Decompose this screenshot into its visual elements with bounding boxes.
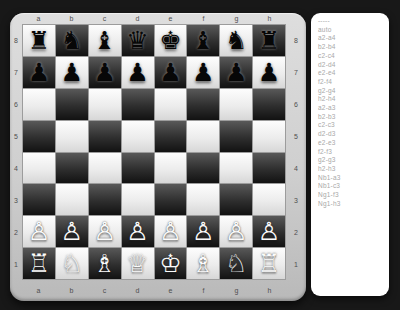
square-g1[interactable]: ♘ <box>220 248 252 279</box>
square-b7[interactable]: ♟ <box>56 57 88 88</box>
black-bishop: ♝ <box>93 28 115 53</box>
rank-label-3: 3 <box>286 184 306 216</box>
file-label-c: c <box>88 13 121 24</box>
square-g6[interactable] <box>220 89 252 120</box>
white-knight: ♘ <box>61 251 83 276</box>
square-e6[interactable] <box>155 89 187 120</box>
move-option-auto[interactable]: auto <box>318 26 385 35</box>
rank-label-6: 6 <box>10 88 22 120</box>
square-g2[interactable]: ♙ <box>220 216 252 247</box>
move-option-Ng1h3[interactable]: Ng1-h3 <box>318 200 385 209</box>
square-f4[interactable] <box>187 153 219 184</box>
black-bishop: ♝ <box>192 28 214 53</box>
black-pawn: ♟ <box>192 60 214 85</box>
move-option-Ng1f3[interactable]: Ng1-f3 <box>318 191 385 200</box>
black-pawn: ♟ <box>93 60 115 85</box>
move-option-f2f3[interactable]: f2-f3 <box>318 148 385 157</box>
rank-label-4: 4 <box>286 152 306 184</box>
square-c1[interactable]: ♗ <box>89 248 121 279</box>
rank-label-2: 2 <box>10 216 22 248</box>
file-label-a: a <box>22 280 55 301</box>
white-bishop: ♗ <box>192 251 214 276</box>
square-e8[interactable]: ♚ <box>155 25 187 56</box>
square-e1[interactable]: ♔ <box>155 248 187 279</box>
square-c6[interactable] <box>89 89 121 120</box>
square-c8[interactable]: ♝ <box>89 25 121 56</box>
move-option-d2d4[interactable]: d2-d4 <box>318 61 385 70</box>
move-option-h2h3[interactable]: h2-h3 <box>318 165 385 174</box>
square-h8[interactable]: ♜ <box>253 25 285 56</box>
square-e4[interactable] <box>155 153 187 184</box>
white-queen: ♕ <box>126 251 148 276</box>
move-option-Nb1a3[interactable]: Nb1-a3 <box>318 174 385 183</box>
black-pawn: ♟ <box>126 60 148 85</box>
move-list-panel: -----autoa2-a4b2-b4c2-c4d2-d4e2-e4f2-f4g… <box>311 13 389 296</box>
white-pawn: ♙ <box>159 219 181 244</box>
rank-label-6: 6 <box>286 88 306 120</box>
white-pawn: ♙ <box>192 219 214 244</box>
white-rook: ♖ <box>258 251 280 276</box>
square-e2[interactable]: ♙ <box>155 216 187 247</box>
rank-label-7: 7 <box>10 56 22 88</box>
move-option-[interactable]: ----- <box>318 17 385 26</box>
move-option-Nb1c3[interactable]: Nb1-c3 <box>318 182 385 191</box>
square-e5[interactable] <box>155 121 187 152</box>
white-pawn: ♙ <box>93 219 115 244</box>
square-g5[interactable] <box>220 121 252 152</box>
move-option-e2e3[interactable]: e2-e3 <box>318 139 385 148</box>
square-g8[interactable]: ♞ <box>220 25 252 56</box>
square-b8[interactable]: ♞ <box>56 25 88 56</box>
square-h4[interactable] <box>253 153 285 184</box>
file-label-b: b <box>55 280 88 301</box>
square-c7[interactable]: ♟ <box>89 57 121 88</box>
file-label-h: h <box>253 280 286 301</box>
square-b1[interactable]: ♘ <box>56 248 88 279</box>
square-d2[interactable]: ♙ <box>122 216 154 247</box>
file-label-e: e <box>154 13 187 24</box>
file-labels-bottom: abcdefgh <box>22 280 286 301</box>
rank-label-4: 4 <box>10 152 22 184</box>
square-d7[interactable]: ♟ <box>122 57 154 88</box>
square-h6[interactable] <box>253 89 285 120</box>
rank-label-5: 5 <box>10 120 22 152</box>
black-rook: ♜ <box>258 28 280 53</box>
file-label-b: b <box>55 13 88 24</box>
square-a5[interactable] <box>23 121 55 152</box>
black-king: ♚ <box>159 28 181 53</box>
square-b5[interactable] <box>56 121 88 152</box>
square-g3[interactable] <box>220 184 252 215</box>
move-option-c2c3[interactable]: c2-c3 <box>318 121 385 130</box>
black-knight: ♞ <box>225 28 247 53</box>
square-f1[interactable]: ♗ <box>187 248 219 279</box>
square-d1[interactable]: ♕ <box>122 248 154 279</box>
white-knight: ♘ <box>225 251 247 276</box>
square-h7[interactable]: ♟ <box>253 57 285 88</box>
file-label-a: a <box>22 13 55 24</box>
square-f6[interactable] <box>187 89 219 120</box>
square-g4[interactable] <box>220 153 252 184</box>
square-c3[interactable] <box>89 184 121 215</box>
white-pawn: ♙ <box>61 219 83 244</box>
black-rook: ♜ <box>28 28 50 53</box>
square-d3[interactable] <box>122 184 154 215</box>
rank-label-2: 2 <box>286 216 306 248</box>
move-option-f2f4[interactable]: f2-f4 <box>318 78 385 87</box>
move-option-a2a3[interactable]: a2-a3 <box>318 104 385 113</box>
white-pawn: ♙ <box>126 219 148 244</box>
square-b3[interactable] <box>56 184 88 215</box>
rank-labels-left: 87654321 <box>10 24 22 280</box>
square-d8[interactable]: ♛ <box>122 25 154 56</box>
white-king: ♔ <box>159 251 181 276</box>
square-h1[interactable]: ♖ <box>253 248 285 279</box>
file-labels-top: abcdefgh <box>22 13 286 24</box>
black-pawn: ♟ <box>61 60 83 85</box>
square-e3[interactable] <box>155 184 187 215</box>
move-option-e2e4[interactable]: e2-e4 <box>318 69 385 78</box>
file-label-h: h <box>253 13 286 24</box>
rank-label-7: 7 <box>286 56 306 88</box>
move-option-g2g4[interactable]: g2-g4 <box>318 87 385 96</box>
black-pawn: ♟ <box>159 60 181 85</box>
black-pawn: ♟ <box>28 60 50 85</box>
square-c5[interactable] <box>89 121 121 152</box>
black-pawn: ♟ <box>258 60 280 85</box>
square-c4[interactable] <box>89 153 121 184</box>
move-option-g2g3[interactable]: g2-g3 <box>318 156 385 165</box>
file-label-g: g <box>220 13 253 24</box>
square-a6[interactable] <box>23 89 55 120</box>
white-pawn: ♙ <box>258 219 280 244</box>
square-b6[interactable] <box>56 89 88 120</box>
square-h3[interactable] <box>253 184 285 215</box>
file-label-e: e <box>154 280 187 301</box>
black-knight: ♞ <box>61 28 83 53</box>
white-rook: ♖ <box>28 251 50 276</box>
rank-label-8: 8 <box>286 24 306 56</box>
move-option-h2h4[interactable]: h2-h4 <box>318 95 385 104</box>
white-bishop: ♗ <box>93 251 115 276</box>
move-option-c2c4[interactable]: c2-c4 <box>318 52 385 61</box>
square-b4[interactable] <box>56 153 88 184</box>
rank-label-1: 1 <box>10 248 22 280</box>
rank-label-8: 8 <box>10 24 22 56</box>
black-pawn: ♟ <box>225 60 247 85</box>
square-h2[interactable]: ♙ <box>253 216 285 247</box>
app-background: abcdefgh 87654321 ♜♞♝♛♚♝♞♜♟♟♟♟♟♟♟♟♙♙♙♙♙♙… <box>0 0 400 310</box>
file-label-d: d <box>121 280 154 301</box>
square-f2[interactable]: ♙ <box>187 216 219 247</box>
square-h5[interactable] <box>253 121 285 152</box>
square-f8[interactable]: ♝ <box>187 25 219 56</box>
square-e7[interactable]: ♟ <box>155 57 187 88</box>
move-option-a2a4[interactable]: a2-a4 <box>318 34 385 43</box>
square-a1[interactable]: ♖ <box>23 248 55 279</box>
file-label-f: f <box>187 13 220 24</box>
square-a3[interactable] <box>23 184 55 215</box>
square-d5[interactable] <box>122 121 154 152</box>
rank-labels-right: 87654321 <box>286 24 306 280</box>
square-a4[interactable] <box>23 153 55 184</box>
file-label-d: d <box>121 13 154 24</box>
file-label-g: g <box>220 280 253 301</box>
black-queen: ♛ <box>126 28 148 53</box>
rank-label-3: 3 <box>10 184 22 216</box>
square-b2[interactable]: ♙ <box>56 216 88 247</box>
chess-board-frame: abcdefgh 87654321 ♜♞♝♛♚♝♞♜♟♟♟♟♟♟♟♟♙♙♙♙♙♙… <box>10 13 306 301</box>
file-label-f: f <box>187 280 220 301</box>
white-pawn: ♙ <box>225 219 247 244</box>
square-a7[interactable]: ♟ <box>23 57 55 88</box>
move-option-d2d3[interactable]: d2-d3 <box>318 130 385 139</box>
rank-label-5: 5 <box>286 120 306 152</box>
square-a8[interactable]: ♜ <box>23 25 55 56</box>
chess-board: ♜♞♝♛♚♝♞♜♟♟♟♟♟♟♟♟♙♙♙♙♙♙♙♙♖♘♗♕♔♗♘♖ <box>22 24 286 280</box>
rank-label-1: 1 <box>286 248 306 280</box>
square-d4[interactable] <box>122 153 154 184</box>
move-option-b2b3[interactable]: b2-b3 <box>318 113 385 122</box>
square-f5[interactable] <box>187 121 219 152</box>
square-c2[interactable]: ♙ <box>89 216 121 247</box>
square-a2[interactable]: ♙ <box>23 216 55 247</box>
square-f3[interactable] <box>187 184 219 215</box>
square-f7[interactable]: ♟ <box>187 57 219 88</box>
square-d6[interactable] <box>122 89 154 120</box>
move-option-b2b4[interactable]: b2-b4 <box>318 43 385 52</box>
file-label-c: c <box>88 280 121 301</box>
white-pawn: ♙ <box>28 219 50 244</box>
square-g7[interactable]: ♟ <box>220 57 252 88</box>
move-list: -----autoa2-a4b2-b4c2-c4d2-d4e2-e4f2-f4g… <box>318 17 385 208</box>
